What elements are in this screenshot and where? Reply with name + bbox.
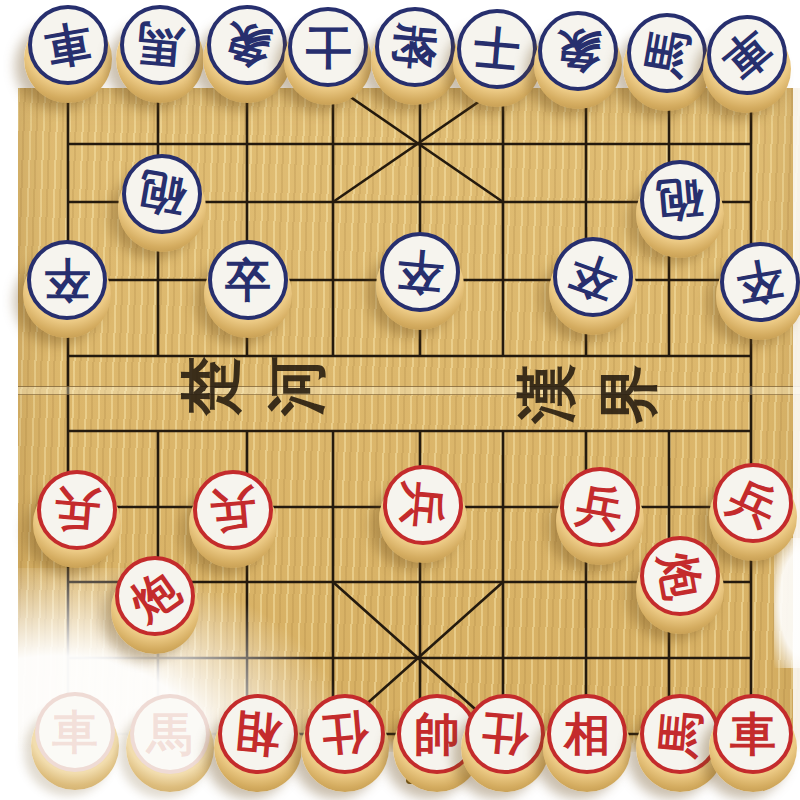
piece-glyph: 馬: [655, 709, 705, 759]
piece-glyph: 車: [41, 18, 94, 71]
piece-face: 炮: [115, 556, 195, 636]
piece-face: 車: [28, 5, 108, 85]
piece-face: 車: [35, 692, 115, 772]
piece-face: 兵: [383, 465, 463, 545]
piece-red-advisor[interactable]: 仕: [299, 694, 391, 796]
piece-face: 兵: [37, 470, 117, 550]
piece-glyph: 兵: [573, 480, 626, 533]
piece-face: 卒: [208, 240, 288, 320]
piece-black-advisor[interactable]: 士: [282, 7, 374, 109]
piece-black-horse[interactable]: 馬: [114, 5, 206, 107]
piece-glyph: 相: [233, 709, 283, 759]
piece-red-elephant[interactable]: 相: [212, 694, 304, 796]
piece-glyph: 仕: [480, 709, 530, 759]
piece-face: 馬: [627, 13, 707, 93]
piece-glyph: 車: [52, 709, 98, 755]
piece-face: 車: [713, 694, 793, 774]
piece-red-soldier[interactable]: 兵: [554, 467, 646, 569]
piece-glyph: 卒: [395, 247, 445, 297]
piece-glyph: 兵: [398, 480, 448, 530]
piece-black-general[interactable]: 將: [369, 7, 461, 109]
piece-face: 卒: [553, 237, 633, 317]
piece-red-cannon[interactable]: 炮: [109, 556, 201, 658]
piece-glyph: 砲: [135, 167, 188, 220]
river-character: 河: [266, 356, 326, 416]
piece-glyph: 卒: [44, 257, 90, 303]
piece-glyph: 卒: [225, 257, 271, 303]
piece-red-advisor[interactable]: 仕: [459, 694, 551, 796]
piece-face: 象: [538, 11, 618, 91]
piece-face: 相: [547, 694, 627, 774]
piece-face: 卒: [720, 242, 800, 322]
piece-red-chariot[interactable]: 車: [29, 692, 121, 794]
piece-black-chariot[interactable]: 車: [22, 5, 114, 107]
piece-glyph: 馬: [640, 26, 693, 79]
piece-glyph: 兵: [208, 485, 258, 535]
piece-black-soldier[interactable]: 卒: [202, 240, 294, 342]
piece-face: 卒: [27, 240, 107, 320]
river-label-chu-river: 楚河: [180, 356, 326, 416]
piece-glyph: 卒: [733, 255, 786, 308]
piece-glyph: 車: [730, 711, 776, 757]
piece-face: 炮: [640, 536, 720, 616]
piece-face: 馬: [130, 694, 210, 774]
piece-glyph: 馬: [147, 711, 193, 757]
piece-face: 仕: [465, 694, 545, 774]
piece-black-soldier[interactable]: 卒: [547, 237, 639, 339]
piece-black-elephant[interactable]: 象: [532, 11, 624, 113]
piece-face: 兵: [713, 463, 793, 543]
piece-face: 將: [375, 7, 455, 87]
piece-red-soldier[interactable]: 兵: [377, 465, 469, 567]
piece-glyph: 炮: [123, 564, 187, 628]
board-fold-seam: [18, 386, 800, 395]
piece-glyph: 士: [305, 24, 351, 70]
piece-black-advisor[interactable]: 士: [451, 9, 543, 111]
piece-glyph: 兵: [722, 472, 783, 533]
piece-face: 士: [457, 9, 537, 89]
piece-red-elephant[interactable]: 相: [541, 694, 633, 796]
piece-red-horse[interactable]: 馬: [124, 694, 216, 796]
river-label-han-border: 漢界: [516, 364, 658, 424]
piece-face: 仕: [305, 694, 385, 774]
piece-glyph: 象: [553, 26, 603, 76]
piece-red-cannon[interactable]: 炮: [634, 536, 726, 638]
piece-face: 卒: [380, 232, 460, 312]
piece-glyph: 士: [472, 24, 522, 74]
river-character: 漢: [516, 364, 576, 424]
piece-glyph: 車: [715, 23, 780, 88]
photo-background: 楚河 漢界 車馬象士將士象馬車砲砲卒卒卒卒卒兵兵兵兵兵炮炮車馬相仕帥仕相馬車: [0, 0, 800, 800]
piece-glyph: 將: [390, 22, 440, 72]
piece-black-soldier[interactable]: 卒: [21, 240, 113, 342]
piece-black-soldier[interactable]: 卒: [714, 242, 800, 344]
piece-black-horse[interactable]: 馬: [621, 13, 713, 115]
piece-glyph: 仕: [320, 709, 370, 759]
piece-glyph: 相: [564, 711, 610, 757]
piece-glyph: 炮: [653, 549, 706, 602]
piece-black-cannon[interactable]: 砲: [116, 154, 208, 256]
piece-glyph: 象: [219, 17, 275, 73]
piece-face: 車: [707, 15, 787, 95]
piece-red-chariot[interactable]: 車: [707, 694, 799, 796]
piece-face: 兵: [193, 470, 273, 550]
piece-black-chariot[interactable]: 車: [701, 15, 793, 117]
river-character: 界: [598, 364, 658, 424]
piece-glyph: 馬: [135, 20, 185, 70]
piece-face: 砲: [640, 160, 720, 240]
river-character: 楚: [180, 356, 240, 416]
piece-face: 兵: [560, 467, 640, 547]
piece-face: 士: [288, 7, 368, 87]
piece-black-elephant[interactable]: 象: [201, 5, 293, 107]
piece-face: 馬: [120, 5, 200, 85]
piece-black-soldier[interactable]: 卒: [374, 232, 466, 334]
piece-face: 象: [207, 5, 287, 85]
piece-black-cannon[interactable]: 砲: [634, 160, 726, 262]
piece-face: 相: [218, 694, 298, 774]
piece-glyph: 兵: [52, 485, 102, 535]
piece-glyph: 卒: [564, 248, 623, 307]
piece-face: 砲: [122, 154, 202, 234]
piece-glyph: 砲: [655, 175, 705, 225]
piece-glyph: 帥: [414, 711, 460, 757]
